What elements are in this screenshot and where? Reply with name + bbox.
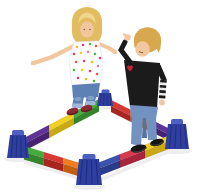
polka-dot bbox=[85, 78, 88, 81]
polka-dot bbox=[95, 45, 98, 48]
girl-eye-right bbox=[89, 29, 90, 30]
polka-dot bbox=[93, 80, 96, 83]
flute bbox=[181, 125, 182, 148]
polka-dot bbox=[96, 73, 99, 76]
polka-dot bbox=[82, 44, 85, 47]
boy-left-hand bbox=[159, 100, 165, 106]
flute bbox=[110, 94, 111, 105]
girl-jean-cuff-right bbox=[72, 104, 83, 108]
polka-dot bbox=[83, 60, 86, 63]
girl-right-hand bbox=[31, 61, 36, 66]
polka-dot bbox=[80, 52, 83, 55]
polka-dot bbox=[87, 51, 90, 54]
girl-left-hand bbox=[113, 50, 117, 54]
boy-raised-hand-finger bbox=[123, 33, 126, 36]
girl-eye-left bbox=[84, 29, 85, 30]
girl-jeans-knee-highlight bbox=[88, 96, 95, 100]
flute bbox=[104, 94, 105, 105]
polka-dot bbox=[99, 57, 102, 60]
girl-jeans-knee-highlight bbox=[75, 97, 82, 101]
polka-dot bbox=[97, 65, 100, 68]
polka-dot bbox=[76, 46, 79, 49]
polka-dot bbox=[89, 43, 92, 46]
flute bbox=[92, 160, 93, 184]
polka-dot bbox=[77, 77, 80, 80]
polka-dot bbox=[89, 70, 92, 73]
boy-jeans-front-leg bbox=[131, 116, 143, 146]
polka-dot bbox=[73, 69, 76, 72]
polka-dot bbox=[94, 53, 97, 56]
girl-face bbox=[80, 22, 94, 38]
balance-beam-scene bbox=[0, 0, 200, 192]
boy-face bbox=[135, 41, 149, 57]
photo-stage bbox=[0, 0, 200, 192]
polka-dot bbox=[75, 61, 78, 64]
polka-dot bbox=[81, 69, 84, 72]
polka-dot bbox=[91, 61, 94, 64]
girl-jean-cuff-left bbox=[86, 101, 96, 105]
polka-dot bbox=[73, 53, 76, 56]
